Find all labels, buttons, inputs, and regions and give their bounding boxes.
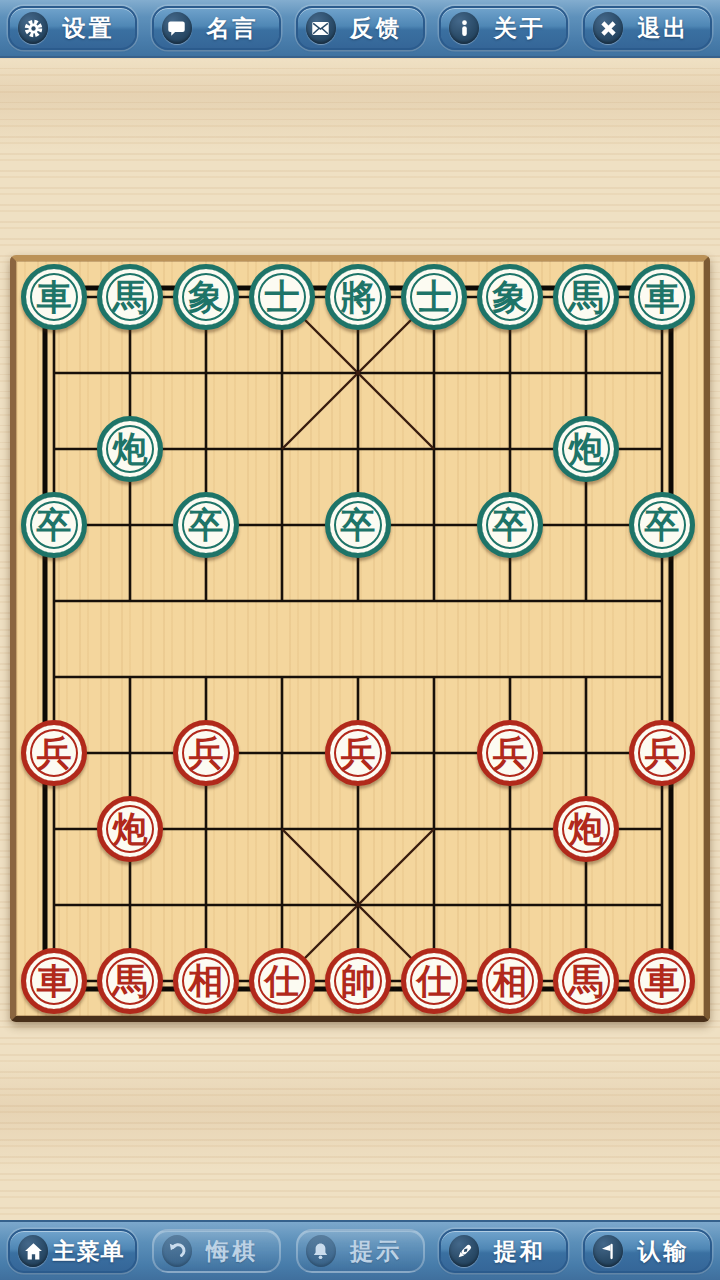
black-piece-車[interactable]: 車 [21,264,87,330]
red-piece-車[interactable]: 車 [21,948,87,1014]
xiangqi-board[interactable]: 車馬象士將士象馬車炮炮卒卒卒卒卒兵兵兵兵兵炮炮車馬相仕帥仕相馬車 [10,255,710,1022]
feedback-button[interactable]: 反馈 [296,6,425,50]
piece-label: 象 [189,279,224,314]
red-piece-炮[interactable]: 炮 [97,796,163,862]
main-menu-label: 主菜单 [48,1236,129,1267]
settings-button[interactable]: 设置 [8,6,137,50]
red-piece-兵[interactable]: 兵 [173,720,239,786]
red-piece-兵[interactable]: 兵 [629,720,695,786]
black-piece-車[interactable]: 車 [629,264,695,330]
piece-label: 兵 [37,735,72,770]
resign-button[interactable]: 认输 [583,1229,712,1273]
piece-label: 炮 [569,431,604,466]
red-piece-馬[interactable]: 馬 [553,948,619,1014]
black-piece-炮[interactable]: 炮 [553,416,619,482]
top-toolbar: 设置 名言 反馈 关于 退出 [0,0,720,58]
red-piece-帥[interactable]: 帥 [325,948,391,1014]
settings-label: 设置 [48,13,129,44]
offer-draw-button[interactable]: 提和 [439,1229,568,1273]
piece-label: 相 [189,963,224,998]
piece-label: 車 [37,279,72,314]
black-piece-卒[interactable]: 卒 [325,492,391,558]
undo-arrow-icon [162,1235,192,1267]
piece-label: 卒 [493,507,528,542]
quotes-button[interactable]: 名言 [152,6,281,50]
piece-label: 兵 [341,735,376,770]
hint-label: 提示 [336,1236,417,1267]
main-menu-button[interactable]: 主菜单 [8,1229,137,1273]
black-piece-炮[interactable]: 炮 [97,416,163,482]
red-piece-兵[interactable]: 兵 [21,720,87,786]
red-piece-相[interactable]: 相 [173,948,239,1014]
pen-icon [449,1235,479,1267]
info-icon [449,12,479,44]
piece-label: 士 [265,279,300,314]
black-piece-將[interactable]: 將 [325,264,391,330]
piece-label: 兵 [645,735,680,770]
piece-label: 相 [493,963,528,998]
black-piece-馬[interactable]: 馬 [97,264,163,330]
flag-icon [593,1235,623,1267]
black-piece-士[interactable]: 士 [401,264,467,330]
about-label: 关于 [479,13,560,44]
gear-icon [18,12,48,44]
exit-label: 退出 [623,13,704,44]
app-screen: 设置 名言 反馈 关于 退出 [0,0,720,1280]
bell-icon [306,1235,336,1267]
undo-move-button: 悔棋 [152,1229,281,1273]
piece-label: 車 [645,279,680,314]
piece-label: 炮 [113,811,148,846]
about-button[interactable]: 关于 [439,6,568,50]
piece-label: 炮 [569,811,604,846]
piece-label: 仕 [265,963,300,998]
resign-label: 认输 [623,1236,704,1267]
piece-label: 兵 [189,735,224,770]
piece-label: 象 [493,279,528,314]
speech-bubble-icon [162,12,192,44]
piece-label: 士 [417,279,452,314]
piece-label: 卒 [645,507,680,542]
red-piece-兵[interactable]: 兵 [325,720,391,786]
feedback-label: 反馈 [336,13,417,44]
board-inner: 車馬象士將士象馬車炮炮卒卒卒卒卒兵兵兵兵兵炮炮車馬相仕帥仕相馬車 [16,261,704,1016]
red-piece-兵[interactable]: 兵 [477,720,543,786]
piece-label: 兵 [493,735,528,770]
red-piece-馬[interactable]: 馬 [97,948,163,1014]
piece-label: 帥 [341,963,376,998]
red-piece-炮[interactable]: 炮 [553,796,619,862]
red-piece-仕[interactable]: 仕 [401,948,467,1014]
hint-button: 提示 [296,1229,425,1273]
red-piece-車[interactable]: 車 [629,948,695,1014]
black-piece-馬[interactable]: 馬 [553,264,619,330]
piece-label: 車 [645,963,680,998]
black-piece-卒[interactable]: 卒 [173,492,239,558]
black-piece-象[interactable]: 象 [477,264,543,330]
piece-label: 將 [341,279,376,314]
piece-label: 馬 [569,279,604,314]
envelope-icon [306,12,336,44]
piece-label: 卒 [37,507,72,542]
home-icon [18,1235,48,1267]
offer-draw-label: 提和 [479,1236,560,1267]
quotes-label: 名言 [192,13,273,44]
piece-label: 馬 [569,963,604,998]
piece-label: 卒 [189,507,224,542]
piece-label: 車 [37,963,72,998]
bottom-toolbar: 主菜单 悔棋 提示 提和 认输 [0,1220,720,1280]
piece-label: 炮 [113,431,148,466]
black-piece-卒[interactable]: 卒 [629,492,695,558]
black-piece-卒[interactable]: 卒 [477,492,543,558]
black-piece-象[interactable]: 象 [173,264,239,330]
red-piece-仕[interactable]: 仕 [249,948,315,1014]
piece-label: 卒 [341,507,376,542]
black-piece-卒[interactable]: 卒 [21,492,87,558]
board-grid: 車馬象士將士象馬車炮炮卒卒卒卒卒兵兵兵兵兵炮炮車馬相仕帥仕相馬車 [16,259,700,1019]
red-piece-相[interactable]: 相 [477,948,543,1014]
piece-label: 仕 [417,963,452,998]
piece-label: 馬 [113,963,148,998]
close-x-icon [593,12,623,44]
piece-label: 馬 [113,279,148,314]
exit-button[interactable]: 退出 [583,6,712,50]
black-piece-士[interactable]: 士 [249,264,315,330]
undo-move-label: 悔棋 [192,1236,273,1267]
